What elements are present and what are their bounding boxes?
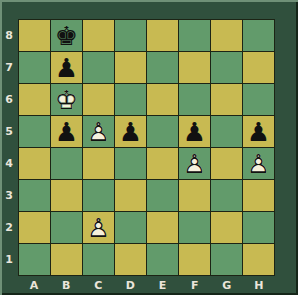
square-a1[interactable] xyxy=(19,244,50,275)
square-c4[interactable] xyxy=(83,148,114,179)
square-b3[interactable] xyxy=(51,180,82,211)
file-label-g: G xyxy=(211,276,243,294)
square-f8[interactable] xyxy=(179,20,210,51)
square-g8[interactable] xyxy=(211,20,242,51)
file-label-e: E xyxy=(147,276,179,294)
square-a4[interactable] xyxy=(19,148,50,179)
square-h2[interactable] xyxy=(243,212,274,243)
piece-white-pawn[interactable]: ♟♙ xyxy=(243,148,274,179)
square-b2[interactable] xyxy=(51,212,82,243)
rank-label-4: 4 xyxy=(0,148,18,180)
square-c1[interactable] xyxy=(83,244,114,275)
square-d8[interactable] xyxy=(115,20,146,51)
white-piece-outline: ♔ xyxy=(51,84,82,115)
black-piece-glyph: ♟ xyxy=(115,116,146,147)
rank-label-2: 2 xyxy=(0,212,18,244)
square-a5[interactable] xyxy=(19,116,50,147)
white-piece-outline: ♙ xyxy=(83,212,114,243)
square-c8[interactable] xyxy=(83,20,114,51)
piece-black-pawn[interactable]: ♟ xyxy=(179,116,210,147)
square-b7[interactable]: ♟ xyxy=(51,52,82,83)
square-b6[interactable]: ♚♔ xyxy=(51,84,82,115)
square-f7[interactable] xyxy=(179,52,210,83)
rank-label-7: 7 xyxy=(0,51,18,83)
square-e5[interactable] xyxy=(147,116,178,147)
file-label-c: C xyxy=(82,276,114,294)
square-b5[interactable]: ♟ xyxy=(51,116,82,147)
square-e8[interactable] xyxy=(147,20,178,51)
file-label-a: A xyxy=(18,276,50,294)
square-a8[interactable] xyxy=(19,20,50,51)
black-piece-glyph: ♟ xyxy=(51,116,82,147)
file-label-b: B xyxy=(50,276,82,294)
black-piece-glyph: ♚ xyxy=(51,20,82,51)
square-c7[interactable] xyxy=(83,52,114,83)
chessboard-frame: 87654321 ♚♟♚♔♟♟♙♟♟♟♟♙♟♙♟♙ ABCDEFGH xyxy=(0,0,298,295)
square-b4[interactable] xyxy=(51,148,82,179)
square-h1[interactable] xyxy=(243,244,274,275)
piece-black-king[interactable]: ♚ xyxy=(51,20,82,51)
black-piece-glyph: ♟ xyxy=(243,116,274,147)
square-b8[interactable]: ♚ xyxy=(51,20,82,51)
square-h4[interactable]: ♟♙ xyxy=(243,148,274,179)
square-e2[interactable] xyxy=(147,212,178,243)
square-a3[interactable] xyxy=(19,180,50,211)
square-g1[interactable] xyxy=(211,244,242,275)
square-h8[interactable] xyxy=(243,20,274,51)
square-e3[interactable] xyxy=(147,180,178,211)
file-label-d: D xyxy=(114,276,146,294)
rank-label-8: 8 xyxy=(0,19,18,51)
square-d7[interactable] xyxy=(115,52,146,83)
piece-black-pawn[interactable]: ♟ xyxy=(115,116,146,147)
square-f4[interactable]: ♟♙ xyxy=(179,148,210,179)
square-g2[interactable] xyxy=(211,212,242,243)
square-e6[interactable] xyxy=(147,84,178,115)
square-a7[interactable] xyxy=(19,52,50,83)
file-label-f: F xyxy=(179,276,211,294)
square-g4[interactable] xyxy=(211,148,242,179)
rank-labels: 87654321 xyxy=(0,19,18,276)
square-c3[interactable] xyxy=(83,180,114,211)
square-e1[interactable] xyxy=(147,244,178,275)
chess-board: ♚♟♚♔♟♟♙♟♟♟♟♙♟♙♟♙ xyxy=(18,19,275,276)
white-piece-outline: ♙ xyxy=(179,148,210,179)
square-h6[interactable] xyxy=(243,84,274,115)
file-label-h: H xyxy=(243,276,275,294)
piece-white-king[interactable]: ♚♔ xyxy=(51,84,82,115)
square-b1[interactable] xyxy=(51,244,82,275)
rank-label-3: 3 xyxy=(0,180,18,212)
square-f6[interactable] xyxy=(179,84,210,115)
square-c2[interactable]: ♟♙ xyxy=(83,212,114,243)
piece-white-pawn[interactable]: ♟♙ xyxy=(179,148,210,179)
black-piece-glyph: ♟ xyxy=(51,52,82,83)
square-e7[interactable] xyxy=(147,52,178,83)
square-h5[interactable]: ♟ xyxy=(243,116,274,147)
piece-white-pawn[interactable]: ♟♙ xyxy=(83,212,114,243)
square-d5[interactable]: ♟ xyxy=(115,116,146,147)
square-d4[interactable] xyxy=(115,148,146,179)
file-labels: ABCDEFGH xyxy=(18,276,275,294)
square-a6[interactable] xyxy=(19,84,50,115)
square-d3[interactable] xyxy=(115,180,146,211)
piece-black-pawn[interactable]: ♟ xyxy=(51,116,82,147)
square-d6[interactable] xyxy=(115,84,146,115)
square-f3[interactable] xyxy=(179,180,210,211)
square-f2[interactable] xyxy=(179,212,210,243)
square-d1[interactable] xyxy=(115,244,146,275)
piece-white-pawn[interactable]: ♟♙ xyxy=(83,116,114,147)
square-g5[interactable] xyxy=(211,116,242,147)
rank-label-5: 5 xyxy=(0,115,18,147)
rank-label-6: 6 xyxy=(0,83,18,115)
square-f5[interactable]: ♟ xyxy=(179,116,210,147)
square-h7[interactable] xyxy=(243,52,274,83)
square-g6[interactable] xyxy=(211,84,242,115)
square-g3[interactable] xyxy=(211,180,242,211)
square-d2[interactable] xyxy=(115,212,146,243)
square-f1[interactable] xyxy=(179,244,210,275)
square-c5[interactable]: ♟♙ xyxy=(83,116,114,147)
square-g7[interactable] xyxy=(211,52,242,83)
piece-black-pawn[interactable]: ♟ xyxy=(51,52,82,83)
square-h3[interactable] xyxy=(243,180,274,211)
white-piece-outline: ♙ xyxy=(243,148,274,179)
black-piece-glyph: ♟ xyxy=(179,116,210,147)
square-e4[interactable] xyxy=(147,148,178,179)
square-a2[interactable] xyxy=(19,212,50,243)
white-piece-outline: ♙ xyxy=(83,116,114,147)
square-c6[interactable] xyxy=(83,84,114,115)
rank-label-1: 1 xyxy=(0,244,18,276)
piece-black-pawn[interactable]: ♟ xyxy=(243,116,274,147)
